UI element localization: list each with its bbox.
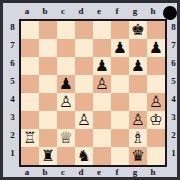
square-h5[interactable] — [147, 75, 165, 93]
file-label-top-g: g — [126, 4, 144, 18]
square-g2[interactable]: ♗ — [129, 129, 147, 147]
file-label-bottom-h: h — [144, 165, 162, 179]
square-a2[interactable]: ♖ — [21, 129, 39, 147]
piece-black-king: ♚ — [131, 21, 145, 39]
chess-diagram: aabbccddeeffgghh8877665544332211 ♚♟♟♟♟♟♙… — [0, 0, 180, 180]
square-a8[interactable] — [21, 21, 39, 39]
piece-black-knight: ♞ — [77, 147, 91, 165]
square-d3[interactable]: ♙ — [75, 111, 93, 129]
square-d6[interactable] — [75, 57, 93, 75]
rank-label-right-2: 2 — [167, 126, 180, 144]
square-d1[interactable]: ♞ — [75, 147, 93, 165]
square-g1[interactable]: ♛ — [129, 147, 147, 165]
square-f6[interactable] — [111, 57, 129, 75]
file-label-bottom-e: e — [90, 165, 108, 179]
square-d7[interactable] — [75, 39, 93, 57]
square-e4[interactable] — [93, 93, 111, 111]
rank-label-left-4: 4 — [6, 90, 19, 108]
square-b2[interactable] — [39, 129, 57, 147]
piece-white-pawn: ♙ — [131, 111, 145, 129]
rank-label-right-3: 3 — [167, 108, 180, 126]
square-b1[interactable]: ♜ — [39, 147, 57, 165]
black-to-move-indicator — [163, 6, 177, 20]
square-c6[interactable] — [57, 57, 75, 75]
square-g7[interactable] — [129, 39, 147, 57]
square-d2[interactable] — [75, 129, 93, 147]
square-h3[interactable]: ♔ — [147, 111, 165, 129]
file-label-bottom-c: c — [54, 165, 72, 179]
square-h6[interactable] — [147, 57, 165, 75]
piece-black-pawn: ♟ — [95, 57, 109, 75]
rank-label-left-8: 8 — [6, 18, 19, 36]
square-e1[interactable] — [93, 147, 111, 165]
square-b5[interactable] — [39, 75, 57, 93]
square-c8[interactable] — [57, 21, 75, 39]
piece-white-pawn: ♙ — [59, 93, 73, 111]
square-a3[interactable] — [21, 111, 39, 129]
rank-label-right-1: 1 — [167, 144, 180, 162]
square-f4[interactable] — [111, 93, 129, 111]
piece-white-bishop: ♗ — [131, 129, 145, 147]
file-label-top-d: d — [72, 4, 90, 18]
file-label-bottom-a: a — [18, 165, 36, 179]
square-e6[interactable]: ♟ — [93, 57, 111, 75]
piece-white-pawn: ♙ — [149, 93, 163, 111]
file-label-top-f: f — [108, 4, 126, 18]
square-e8[interactable] — [93, 21, 111, 39]
square-g6[interactable]: ♟ — [129, 57, 147, 75]
square-a5[interactable] — [21, 75, 39, 93]
square-g5[interactable] — [129, 75, 147, 93]
square-e7[interactable] — [93, 39, 111, 57]
file-label-bottom-g: g — [126, 165, 144, 179]
square-h4[interactable]: ♙ — [147, 93, 165, 111]
rank-label-left-7: 7 — [6, 36, 19, 54]
piece-black-pawn: ♟ — [131, 57, 145, 75]
rank-label-right-6: 6 — [167, 54, 180, 72]
square-b3[interactable] — [39, 111, 57, 129]
square-f8[interactable] — [111, 21, 129, 39]
file-label-bottom-b: b — [36, 165, 54, 179]
square-c2[interactable]: ♕ — [57, 129, 75, 147]
square-c7[interactable] — [57, 39, 75, 57]
piece-white-king: ♔ — [149, 111, 163, 129]
piece-white-pawn: ♙ — [77, 111, 91, 129]
square-f1[interactable] — [111, 147, 129, 165]
rank-label-left-5: 5 — [6, 72, 19, 90]
file-label-bottom-f: f — [108, 165, 126, 179]
piece-black-pawn: ♟ — [149, 39, 163, 57]
rank-label-right-7: 7 — [167, 36, 180, 54]
rank-label-right-8: 8 — [167, 18, 180, 36]
square-g8[interactable]: ♚ — [129, 21, 147, 39]
square-a6[interactable] — [21, 57, 39, 75]
file-label-top-e: e — [90, 4, 108, 18]
rank-label-left-1: 1 — [6, 144, 19, 162]
piece-black-queen: ♛ — [131, 147, 145, 165]
square-c1[interactable] — [57, 147, 75, 165]
square-a1[interactable] — [21, 147, 39, 165]
rank-label-right-4: 4 — [167, 90, 180, 108]
rank-label-left-6: 6 — [6, 54, 19, 72]
square-a7[interactable] — [21, 39, 39, 57]
square-a4[interactable] — [21, 93, 39, 111]
square-f5[interactable] — [111, 75, 129, 93]
square-d8[interactable] — [75, 21, 93, 39]
square-c4[interactable]: ♙ — [57, 93, 75, 111]
square-g3[interactable]: ♙ — [129, 111, 147, 129]
square-b7[interactable] — [39, 39, 57, 57]
rank-label-left-2: 2 — [6, 126, 19, 144]
square-e3[interactable] — [93, 111, 111, 129]
file-label-top-b: b — [36, 4, 54, 18]
piece-white-pawn: ♙ — [95, 75, 109, 93]
square-f3[interactable] — [111, 111, 129, 129]
rank-label-left-3: 3 — [6, 108, 19, 126]
square-b4[interactable] — [39, 93, 57, 111]
piece-white-rook: ♖ — [23, 129, 37, 147]
square-h2[interactable] — [147, 129, 165, 147]
piece-black-pawn: ♟ — [113, 39, 127, 57]
rank-label-right-5: 5 — [167, 72, 180, 90]
square-g4[interactable] — [129, 93, 147, 111]
square-c5[interactable]: ♟ — [57, 75, 75, 93]
square-b8[interactable] — [39, 21, 57, 39]
square-h7[interactable]: ♟ — [147, 39, 165, 57]
file-label-top-h: h — [144, 4, 162, 18]
square-h8[interactable] — [147, 21, 165, 39]
square-f7[interactable]: ♟ — [111, 39, 129, 57]
square-d5[interactable] — [75, 75, 93, 93]
square-c3[interactable] — [57, 111, 75, 129]
board-margin: aabbccddeeffgghh8877665544332211 ♚♟♟♟♟♟♙… — [3, 3, 177, 177]
piece-black-rook: ♜ — [41, 147, 55, 165]
square-e5[interactable]: ♙ — [93, 75, 111, 93]
square-e2[interactable] — [93, 129, 111, 147]
piece-black-pawn: ♟ — [59, 75, 73, 93]
file-label-top-c: c — [54, 4, 72, 18]
square-f2[interactable] — [111, 129, 129, 147]
square-h1[interactable] — [147, 147, 165, 165]
piece-white-queen: ♕ — [59, 129, 73, 147]
chess-board: ♚♟♟♟♟♟♙♙♙♙♙♔♖♕♗♜♞♛ — [21, 21, 165, 165]
square-b6[interactable] — [39, 57, 57, 75]
file-label-bottom-d: d — [72, 165, 90, 179]
file-label-top-a: a — [18, 4, 36, 18]
square-d4[interactable] — [75, 93, 93, 111]
